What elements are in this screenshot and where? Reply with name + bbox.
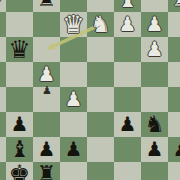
black-pawn-c6[interactable]: ♟ — [119, 114, 137, 134]
square-e3[interactable] — [60, 37, 87, 62]
square-b4[interactable] — [141, 62, 168, 87]
square-f3[interactable] — [33, 37, 60, 62]
white-pawn-c2[interactable]: ♟ — [119, 14, 137, 34]
white-pawn-e5[interactable]: ♟ — [65, 89, 83, 109]
black-pawn-e7[interactable]: ♟ — [65, 139, 83, 159]
square-h5[interactable] — [0, 87, 6, 112]
square-g4[interactable] — [6, 62, 33, 87]
square-c4[interactable] — [114, 62, 141, 87]
black-pawn-g6[interactable]: ♟ — [11, 114, 29, 134]
square-a8[interactable] — [168, 162, 180, 180]
square-e6[interactable] — [60, 112, 87, 137]
black-bishop-g7[interactable]: ♝ — [9, 137, 30, 160]
black-rook-f1[interactable]: ♜ — [37, 0, 57, 10]
square-d7[interactable] — [87, 137, 114, 162]
square-h3[interactable] — [0, 37, 6, 62]
square-e4[interactable] — [60, 62, 87, 87]
square-h8[interactable] — [0, 162, 6, 180]
square-b5[interactable] — [141, 87, 168, 112]
white-pawn-f4[interactable]: ♟ — [38, 64, 56, 84]
square-c7[interactable] — [114, 137, 141, 162]
black-pawn-b7[interactable]: ♟ — [146, 139, 164, 159]
black-pawn-f7[interactable]: ♟ — [38, 139, 56, 159]
black-pawn-h7[interactable]: ♟ — [0, 139, 1, 159]
black-knight-b6[interactable]: ♞ — [144, 112, 165, 135]
square-d5[interactable] — [87, 87, 114, 112]
white-queen-e2[interactable]: ♛ — [62, 11, 84, 36]
black-pawn-a7[interactable]: ♟ — [173, 139, 180, 159]
square-d4[interactable] — [87, 62, 114, 87]
square-g5[interactable] — [6, 87, 33, 112]
square-a3[interactable] — [168, 37, 180, 62]
square-f6[interactable] — [33, 112, 60, 137]
black-king-g8[interactable]: ♚ — [9, 162, 31, 180]
white-rook-a1[interactable]: ♜ — [172, 0, 180, 10]
square-a2[interactable] — [168, 12, 180, 37]
square-d3[interactable] — [87, 37, 114, 62]
square-b8[interactable] — [141, 162, 168, 180]
square-b1[interactable] — [141, 0, 168, 12]
square-e8[interactable] — [60, 162, 87, 180]
square-h6[interactable] — [0, 112, 6, 137]
square-h2[interactable] — [0, 12, 6, 37]
chess-board: ♜♝♚♜♟♟♞♛♟♛♟♟♞♟♟♟♟♟♟♝♟♜♚♟ — [0, 0, 180, 180]
white-king-h1[interactable]: ♚ — [0, 0, 3, 11]
chess-board-screenshot: ♜♝♚♜♟♟♞♛♟♛♟♟♞♟♟♟♟♟♟♝♟♜♚♟ — [0, 0, 180, 180]
square-a4[interactable] — [168, 62, 180, 87]
white-pawn-b3[interactable]: ♟ — [146, 39, 164, 59]
square-d6[interactable] — [87, 112, 114, 137]
square-c8[interactable] — [114, 162, 141, 180]
black-rook-f8[interactable]: ♜ — [37, 163, 57, 180]
ghost-pawn-artifact: ♟ — [42, 85, 52, 96]
square-g1[interactable] — [6, 0, 33, 12]
black-queen-g3[interactable]: ♛ — [8, 36, 30, 61]
square-h4[interactable] — [0, 62, 6, 87]
square-c5[interactable] — [114, 87, 141, 112]
white-knight-d2[interactable]: ♞ — [90, 12, 111, 35]
square-c3[interactable] — [114, 37, 141, 62]
square-f2[interactable] — [33, 12, 60, 37]
white-bishop-c1[interactable]: ♝ — [117, 0, 138, 10]
white-pawn-b2[interactable]: ♟ — [146, 14, 164, 34]
square-a5[interactable] — [168, 87, 180, 112]
square-d8[interactable] — [87, 162, 114, 180]
square-a6[interactable] — [168, 112, 180, 137]
